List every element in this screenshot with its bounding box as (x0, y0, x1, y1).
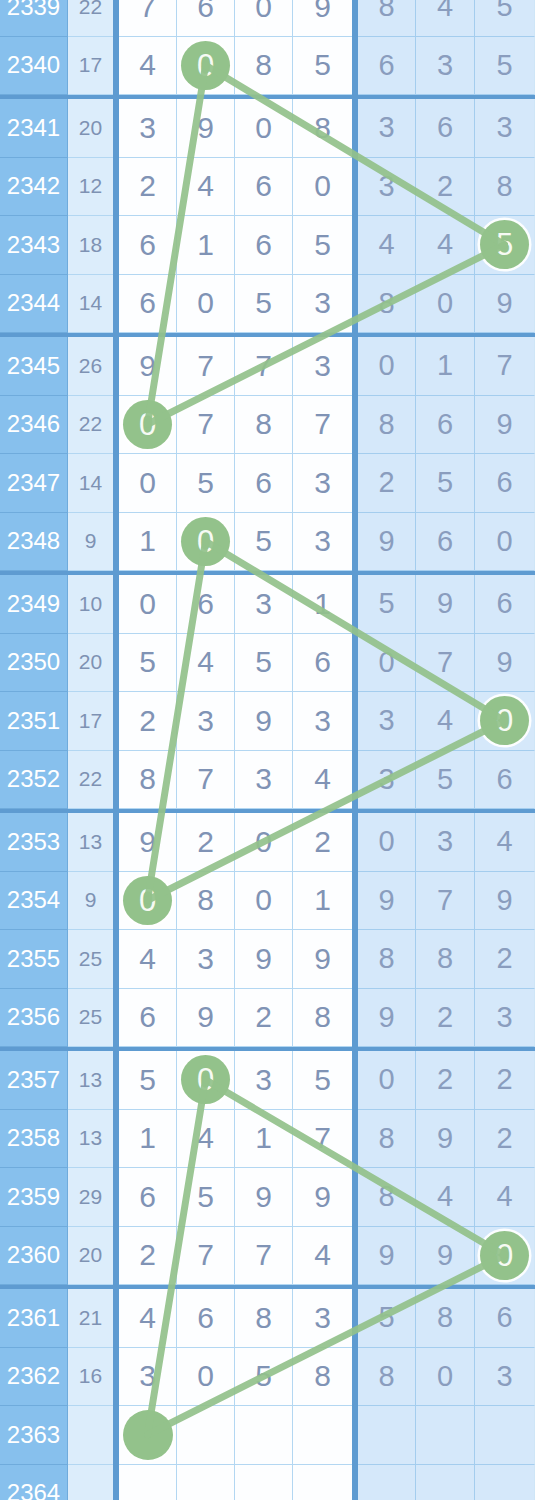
tail-digit-cell: 1 (416, 337, 475, 396)
main-digit-cell: 9 (119, 337, 177, 396)
sum-cell: 13 (68, 1110, 113, 1169)
trend-row-2363: 2363 (0, 1406, 535, 1465)
trend-row-2349: 2349100631596 (0, 575, 535, 634)
sum-cell: 10 (68, 575, 113, 634)
tail-digit-cell: 5 (358, 1289, 416, 1348)
main-digit-cell: 1 (235, 1110, 293, 1169)
trend-row-2340: 23401740085635 (0, 37, 535, 96)
main-digit-cell: 0 (235, 813, 293, 872)
main-digit-cell: 0 (119, 575, 177, 634)
tail-digit-cell: 8 (358, 396, 416, 455)
issue-cell: 2341 (0, 99, 68, 158)
main-digit-cell: 00 (177, 513, 235, 572)
tail-digit-cell: 9 (416, 1110, 475, 1169)
tail-digit-cell (475, 1465, 535, 1500)
main-digit-cell: 6 (177, 575, 235, 634)
tail-digit-cell: 6 (475, 454, 535, 513)
trend-row-2345: 2345269773017 (0, 337, 535, 396)
main-digit-cell: 2 (235, 989, 293, 1048)
tail-digit-cell: 5 (475, 37, 535, 96)
sum-cell (68, 1465, 113, 1500)
main-digit-cell: 3 (119, 99, 177, 158)
sum-cell: 20 (68, 1227, 113, 1286)
tail-digit-cell: 2 (416, 158, 475, 217)
main-digit-cell: 2 (119, 158, 177, 217)
main-digit-cell: 0 (293, 158, 352, 217)
tail-digit-cell: 0 (475, 513, 535, 572)
trend-circle: 5 (480, 220, 529, 269)
sum-cell: 14 (68, 275, 113, 334)
issue-cell: 2347 (0, 454, 68, 513)
main-digit-cell: 0 (177, 275, 235, 334)
main-digit-cell: 6 (235, 158, 293, 217)
issue-cell: 2344 (0, 275, 68, 334)
tail-digit-cell (416, 1465, 475, 1500)
issue-cell: 2353 (0, 813, 68, 872)
tail-digit-cell: 2 (416, 1051, 475, 1110)
trend-row-2359: 2359296599844 (0, 1168, 535, 1227)
tail-digit-cell: 5 (475, 0, 535, 37)
main-digit-cell: 9 (235, 1168, 293, 1227)
tail-digit-cell: 4 (475, 813, 535, 872)
tail-digit-cell: 0 (416, 275, 475, 334)
sum-cell: 22 (68, 396, 113, 455)
main-digit-cell: 3 (293, 513, 352, 572)
main-digit-cell (293, 1406, 352, 1465)
trend-row-2364: 2364 (0, 1465, 535, 1500)
tail-digit-cell: 55 (475, 216, 535, 275)
trend-row-2339: 2339227609845 (0, 0, 535, 37)
main-digit-cell: 00 (177, 1051, 235, 1110)
main-digit-cell: 2 (119, 692, 177, 751)
main-digit-cell: 5 (177, 454, 235, 513)
main-digit-cell: 9 (119, 813, 177, 872)
main-digit-cell (235, 1465, 293, 1500)
sum-cell: 25 (68, 989, 113, 1048)
main-digit-cell: 2 (177, 813, 235, 872)
main-digit-cell (119, 1406, 177, 1465)
sum-cell: 12 (68, 158, 113, 217)
main-digit-cell: 9 (293, 0, 352, 37)
issue-cell: 2342 (0, 158, 68, 217)
main-digit-cell: 3 (293, 1289, 352, 1348)
main-digit-cell: 1 (177, 216, 235, 275)
tail-digit-cell: 8 (358, 1168, 416, 1227)
tail-digit-cell: 5 (416, 454, 475, 513)
tail-digit-cell: 8 (475, 158, 535, 217)
trend-row-2350: 2350205456079 (0, 634, 535, 693)
main-digit-cell: 3 (235, 575, 293, 634)
tail-digit-cell: 4 (416, 216, 475, 275)
issue-cell: 2351 (0, 692, 68, 751)
tail-digit-cell: 4 (416, 1168, 475, 1227)
tail-digit-cell: 7 (416, 872, 475, 931)
tail-digit-cell: 9 (358, 513, 416, 572)
sum-cell: 17 (68, 692, 113, 751)
main-digit-cell: 8 (177, 872, 235, 931)
tail-digit-cell: 6 (416, 396, 475, 455)
main-digit-cell: 0 (235, 0, 293, 37)
tail-digit-cell: 8 (358, 1348, 416, 1407)
issue-cell: 2346 (0, 396, 68, 455)
trend-row-2342: 2342122460328 (0, 158, 535, 217)
tail-digit-cell: 3 (358, 158, 416, 217)
tail-digit-cell: 4 (416, 0, 475, 37)
sum-cell: 13 (68, 813, 113, 872)
main-digit-cell: 8 (293, 989, 352, 1048)
trend-dot (123, 1410, 173, 1460)
issue-cell: 2360 (0, 1227, 68, 1286)
issue-cell: 2349 (0, 575, 68, 634)
tail-digit-cell: 9 (475, 396, 535, 455)
tail-digit-cell: 00 (475, 692, 535, 751)
main-digit-cell (235, 1406, 293, 1465)
main-digit-cell: 0 (235, 99, 293, 158)
tail-digit-cell: 4 (475, 1168, 535, 1227)
main-digit-cell: 1 (119, 513, 177, 572)
trend-row-2355: 2355254399882 (0, 930, 535, 989)
main-digit-cell: 9 (235, 930, 293, 989)
main-digit-cell: 4 (119, 37, 177, 96)
main-digit-cell: 6 (119, 275, 177, 334)
main-digit-cell: 7 (119, 0, 177, 37)
tail-digit-cell: 9 (358, 989, 416, 1048)
main-digit-cell: 9 (235, 692, 293, 751)
tail-digit-cell: 2 (475, 930, 535, 989)
tail-digit-cell: 3 (358, 751, 416, 810)
main-digit-cell: 6 (177, 1289, 235, 1348)
main-digit-cell: 7 (177, 751, 235, 810)
tail-digit-cell: 8 (358, 1110, 416, 1169)
main-digit-cell: 9 (293, 1168, 352, 1227)
tail-digit-cell: 8 (358, 275, 416, 334)
main-digit-cell: 0 (177, 1348, 235, 1407)
issue-cell: 2358 (0, 1110, 68, 1169)
tail-digit-cell: 4 (358, 216, 416, 275)
main-digit-cell: 4 (177, 1110, 235, 1169)
trend-circle: 0 (181, 517, 230, 566)
main-digit-cell: 8 (235, 396, 293, 455)
tail-digit-cell: 9 (358, 872, 416, 931)
main-digit-cell: 3 (293, 454, 352, 513)
tail-digit-cell: 8 (358, 0, 416, 37)
sum-cell: 21 (68, 1289, 113, 1348)
main-digit-cell: 3 (177, 930, 235, 989)
sum-cell: 16 (68, 1348, 113, 1407)
tail-digit-cell (358, 1465, 416, 1500)
tail-digit-cell: 0 (358, 1051, 416, 1110)
tail-digit-cell: 0 (416, 1348, 475, 1407)
tail-digit-cell: 7 (475, 337, 535, 396)
trend-row-2352: 2352228734356 (0, 751, 535, 810)
trend-row-2354: 2354900801979 (0, 872, 535, 931)
main-digit-cell: 7 (235, 337, 293, 396)
sum-cell: 9 (68, 872, 113, 931)
main-digit-cell: 8 (293, 1348, 352, 1407)
main-digit-cell: 6 (235, 454, 293, 513)
trend-circle: 0 (123, 400, 172, 449)
main-digit-cell: 6 (235, 216, 293, 275)
sum-cell: 13 (68, 1051, 113, 1110)
main-digit-cell: 9 (177, 99, 235, 158)
issue-cell: 2355 (0, 930, 68, 989)
main-digit-cell: 7 (177, 337, 235, 396)
issue-cell: 2350 (0, 634, 68, 693)
issue-cell: 2345 (0, 337, 68, 396)
tail-digit-cell: 5 (358, 575, 416, 634)
tail-digit-cell: 6 (416, 99, 475, 158)
tail-digit-cell: 9 (475, 275, 535, 334)
main-digit-cell: 5 (293, 37, 352, 96)
sum-cell: 26 (68, 337, 113, 396)
sum-cell: 22 (68, 0, 113, 37)
main-digit-cell: 8 (293, 99, 352, 158)
sum-cell (68, 1406, 113, 1465)
issue-cell: 2352 (0, 751, 68, 810)
sum-cell: 29 (68, 1168, 113, 1227)
issue-cell: 2339 (0, 0, 68, 37)
main-digit-cell: 8 (119, 751, 177, 810)
main-digit-cell: 4 (119, 930, 177, 989)
tail-digit-cell: 0 (358, 337, 416, 396)
main-digit-cell: 00 (177, 37, 235, 96)
main-digit-cell: 8 (235, 37, 293, 96)
main-digit-cell: 7 (293, 396, 352, 455)
main-digit-cell: 3 (119, 1348, 177, 1407)
main-digit-cell: 6 (119, 216, 177, 275)
trend-row-2360: 23602027749900 (0, 1227, 535, 1286)
tail-digit-cell: 7 (416, 634, 475, 693)
main-digit-cell: 3 (293, 337, 352, 396)
main-digit-cell (293, 1465, 352, 1500)
main-digit-cell: 00 (119, 396, 177, 455)
main-digit-cell: 5 (235, 634, 293, 693)
trend-circle: 0 (480, 696, 529, 745)
issue-cell: 2362 (0, 1348, 68, 1407)
issue-cell: 2357 (0, 1051, 68, 1110)
trend-circle: 0 (123, 876, 172, 925)
main-digit-cell: 1 (119, 1110, 177, 1169)
tail-digit-cell (416, 1406, 475, 1465)
main-digit-cell: 5 (119, 634, 177, 693)
tail-digit-cell: 8 (358, 930, 416, 989)
tail-digit-cell: 3 (358, 692, 416, 751)
main-digit-cell: 3 (177, 692, 235, 751)
main-digit-cell: 6 (293, 634, 352, 693)
tail-digit-cell: 2 (475, 1051, 535, 1110)
sum-cell: 9 (68, 513, 113, 572)
main-digit-cell: 0 (235, 872, 293, 931)
tail-digit-cell: 3 (475, 989, 535, 1048)
issue-cell: 2340 (0, 37, 68, 96)
issue-cell: 2348 (0, 513, 68, 572)
main-digit-cell: 6 (119, 989, 177, 1048)
tail-digit-cell: 2 (475, 1110, 535, 1169)
main-digit-cell: 5 (235, 513, 293, 572)
tail-digit-cell: 3 (358, 99, 416, 158)
issue-cell: 2343 (0, 216, 68, 275)
main-digit-cell: 7 (177, 1227, 235, 1286)
trend-row-2353: 2353139202034 (0, 813, 535, 872)
tail-digit-cell: 3 (416, 813, 475, 872)
trend-row-2362: 2362163058803 (0, 1348, 535, 1407)
sum-cell: 17 (68, 37, 113, 96)
main-digit-cell: 7 (235, 1227, 293, 1286)
sum-cell: 22 (68, 751, 113, 810)
main-digit-cell: 9 (177, 989, 235, 1048)
tail-digit-cell: 2 (416, 989, 475, 1048)
tail-digit-cell: 9 (416, 575, 475, 634)
main-digit-cell: 7 (293, 1110, 352, 1169)
issue-cell: 2364 (0, 1465, 68, 1500)
trend-row-2358: 2358131417892 (0, 1110, 535, 1169)
sum-cell: 18 (68, 216, 113, 275)
tail-digit-cell: 4 (416, 692, 475, 751)
tail-digit-cell: 9 (475, 872, 535, 931)
sum-cell: 25 (68, 930, 113, 989)
trend-row-2356: 2356256928923 (0, 989, 535, 1048)
main-digit-cell: 5 (177, 1168, 235, 1227)
main-digit-cell: 7 (177, 396, 235, 455)
tail-digit-cell (475, 1406, 535, 1465)
main-digit-cell: 5 (235, 1348, 293, 1407)
trend-row-2343: 23431861654455 (0, 216, 535, 275)
issue-cell: 2361 (0, 1289, 68, 1348)
trend-row-2341: 2341203908363 (0, 99, 535, 158)
main-digit-cell: 3 (293, 275, 352, 334)
main-digit-cell: 5 (119, 1051, 177, 1110)
tail-digit-cell: 8 (416, 930, 475, 989)
issue-cell: 2356 (0, 989, 68, 1048)
main-digit-cell: 4 (177, 158, 235, 217)
main-digit-cell: 6 (177, 0, 235, 37)
main-digit-cell: 00 (119, 872, 177, 931)
issue-cell: 2359 (0, 1168, 68, 1227)
main-digit-cell (119, 1465, 177, 1500)
main-digit-cell: 1 (293, 575, 352, 634)
main-digit-cell: 4 (293, 1227, 352, 1286)
tail-digit-cell: 9 (416, 1227, 475, 1286)
tail-digit-cell: 9 (358, 1227, 416, 1286)
main-digit-cell (177, 1465, 235, 1500)
main-digit-cell: 8 (235, 1289, 293, 1348)
tail-digit-cell: 0 (358, 813, 416, 872)
trend-row-2344: 2344146053809 (0, 275, 535, 334)
sum-cell: 20 (68, 634, 113, 693)
main-digit-cell: 1 (293, 872, 352, 931)
tail-digit-cell: 3 (475, 99, 535, 158)
main-digit-cell: 5 (235, 275, 293, 334)
trend-row-2361: 2361214683586 (0, 1289, 535, 1348)
main-digit-cell: 3 (235, 751, 293, 810)
sum-cell: 14 (68, 454, 113, 513)
tail-digit-cell: 2 (358, 454, 416, 513)
tail-digit-cell: 8 (416, 1289, 475, 1348)
tail-digit-cell: 0 (358, 634, 416, 693)
main-digit-cell: 0 (119, 454, 177, 513)
tail-digit-cell: 6 (475, 751, 535, 810)
tail-digit-cell: 6 (475, 1289, 535, 1348)
trend-row-2347: 2347140563256 (0, 454, 535, 513)
tail-digit-cell: 3 (475, 1348, 535, 1407)
trend-table: 2339227609845234017400856352341203908363… (0, 0, 535, 1500)
main-digit-cell: 6 (119, 1168, 177, 1227)
tail-digit-cell: 5 (416, 751, 475, 810)
main-digit-cell: 3 (235, 1051, 293, 1110)
issue-cell: 2363 (0, 1406, 68, 1465)
tail-digit-cell (358, 1406, 416, 1465)
main-digit-cell: 4 (119, 1289, 177, 1348)
tail-digit-cell: 9 (475, 634, 535, 693)
issue-cell: 2354 (0, 872, 68, 931)
tail-digit-cell: 00 (475, 1227, 535, 1286)
main-digit-cell (177, 1406, 235, 1465)
trend-circle: 0 (480, 1231, 529, 1280)
trend-circle: 0 (181, 41, 230, 90)
main-digit-cell: 2 (293, 813, 352, 872)
main-digit-cell: 5 (293, 216, 352, 275)
main-digit-cell: 3 (293, 692, 352, 751)
trend-row-2346: 23462200787869 (0, 396, 535, 455)
trend-circle: 0 (181, 1055, 230, 1104)
main-digit-cell: 2 (119, 1227, 177, 1286)
trend-row-2357: 23571350035022 (0, 1051, 535, 1110)
tail-digit-cell: 6 (475, 575, 535, 634)
lottery-trend-chart[interactable]: 2339227609845234017400856352341203908363… (0, 0, 535, 1500)
trend-row-2351: 23511723933400 (0, 692, 535, 751)
main-digit-cell: 4 (177, 634, 235, 693)
tail-digit-cell: 3 (416, 37, 475, 96)
main-digit-cell: 5 (293, 1051, 352, 1110)
main-digit-cell: 4 (293, 751, 352, 810)
tail-digit-cell: 6 (358, 37, 416, 96)
main-digit-cell: 9 (293, 930, 352, 989)
trend-row-2348: 2348910053960 (0, 513, 535, 572)
tail-digit-cell: 6 (416, 513, 475, 572)
sum-cell: 20 (68, 99, 113, 158)
